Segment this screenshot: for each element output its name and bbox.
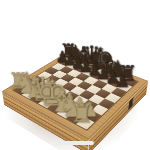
box-clasp [129, 98, 133, 109]
piece-black-pawn: ♟ [104, 72, 139, 89]
watermark [56, 141, 94, 145]
chess-box: ♜♞♝♛♚♝♞♜♟♟♟♟♟♟♟♟♟♟♟♟♟♟♟♟♜♞♝♛♚♝♞♜ [2, 51, 148, 140]
square-h1: ♜ [76, 117, 94, 130]
product-photo-scene: ♜♞♝♛♚♝♞♜♟♟♟♟♟♟♟♟♟♟♟♟♟♟♟♟♜♞♝♛♚♝♞♜ [0, 0, 150, 150]
piece-white-rook: ♜ [61, 100, 102, 126]
